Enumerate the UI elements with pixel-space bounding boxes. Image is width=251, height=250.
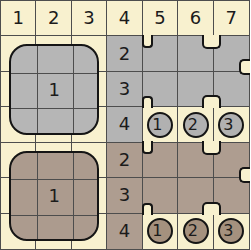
notch-brown-right-side bbox=[239, 167, 251, 183]
piece-grid-line bbox=[73, 153, 74, 239]
notch-brown-top-narrow bbox=[142, 141, 153, 154]
notch-brown-bottom-wide bbox=[202, 202, 221, 215]
row-label-cell: 2 bbox=[107, 36, 142, 71]
piece-grid-line bbox=[11, 179, 97, 180]
column-header-cell: 6 bbox=[178, 1, 213, 36]
piece-grid-line bbox=[11, 215, 97, 216]
piece-grid-line bbox=[11, 73, 97, 74]
slot-circle-label: 1 bbox=[152, 223, 162, 239]
notch-gray-bottom-wide bbox=[202, 95, 221, 108]
column-header-cell: 5 bbox=[143, 1, 178, 36]
column-header-cell: 3 bbox=[72, 1, 107, 36]
row-label-cell: 4 bbox=[107, 214, 142, 249]
notch-gray-top-narrow bbox=[142, 35, 153, 48]
notch-brown-bottom-narrow bbox=[142, 203, 153, 215]
column-header-cell: 1 bbox=[1, 1, 36, 36]
column-header-cell: 4 bbox=[107, 1, 142, 36]
puzzle-board: 1234567234234 11123123 bbox=[0, 0, 250, 250]
piece-grid-line bbox=[37, 46, 38, 132]
row-label-cell: 3 bbox=[107, 178, 142, 213]
piece-grid-line bbox=[11, 108, 97, 109]
piece-grid-line bbox=[73, 46, 74, 132]
notch-gray-top-wide bbox=[202, 35, 221, 49]
slot-circle-label: 2 bbox=[188, 117, 198, 133]
notch-gray-bottom-narrow bbox=[142, 96, 153, 108]
notch-gray-right-side bbox=[239, 59, 251, 75]
piece-grid-line bbox=[37, 153, 38, 239]
slot-circle-gray-2[interactable]: 2 bbox=[183, 112, 209, 138]
row-label-cell: 3 bbox=[107, 72, 142, 107]
slot-circle-label: 3 bbox=[223, 117, 233, 133]
notch-brown-top-wide bbox=[202, 141, 221, 155]
brown-piece[interactable]: 1 bbox=[9, 151, 99, 241]
slot-circle-label: 3 bbox=[223, 223, 233, 239]
row-label-cell: 4 bbox=[107, 107, 142, 142]
gray-piece[interactable]: 1 bbox=[9, 44, 99, 134]
slot-circle-label: 1 bbox=[152, 117, 162, 133]
row-label-cell: 2 bbox=[107, 143, 142, 178]
column-header-cell: 7 bbox=[214, 1, 249, 36]
piece-label: 1 bbox=[48, 185, 59, 206]
piece-label: 1 bbox=[48, 79, 59, 100]
column-header-cell: 2 bbox=[36, 1, 71, 36]
slot-circle-brown-2[interactable]: 2 bbox=[183, 218, 209, 244]
slot-circle-label: 2 bbox=[188, 223, 198, 239]
